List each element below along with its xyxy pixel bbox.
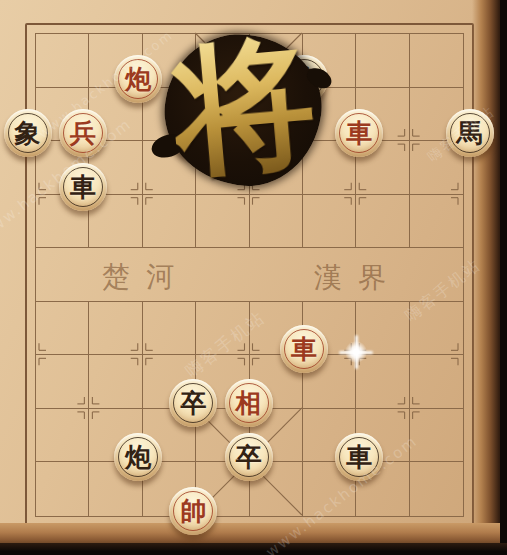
board-edge-bottom bbox=[0, 523, 507, 544]
board-cell bbox=[89, 355, 142, 409]
board-cell bbox=[356, 355, 409, 409]
piece-character: 馬 bbox=[180, 120, 206, 146]
piece-character: 車 bbox=[70, 174, 96, 200]
piece-character: 象 bbox=[15, 120, 41, 146]
board-cell bbox=[36, 34, 89, 88]
board-cell bbox=[303, 195, 356, 249]
piece-character: 相 bbox=[236, 390, 262, 416]
sparkle-core bbox=[345, 341, 367, 363]
piece-character: 兵 bbox=[70, 120, 96, 146]
board-cell bbox=[250, 195, 303, 249]
piece-character: 炮 bbox=[125, 66, 151, 92]
board-cell bbox=[36, 462, 89, 516]
board-cell bbox=[356, 248, 409, 302]
piece-black-chariot[interactable]: 車 bbox=[335, 433, 383, 481]
piece-red-chariot[interactable]: 車 bbox=[280, 325, 328, 373]
board-cell bbox=[196, 34, 249, 88]
board-cell bbox=[410, 34, 463, 88]
board-cell bbox=[410, 195, 463, 249]
board-cell bbox=[36, 248, 89, 302]
piece-black-chariot[interactable]: 車 bbox=[59, 163, 107, 211]
piece-black-cannon[interactable]: 炮 bbox=[114, 433, 162, 481]
piece-character: 帥 bbox=[180, 498, 206, 524]
piece-character: 炮 bbox=[125, 444, 151, 470]
piece-character: 將 bbox=[291, 66, 317, 92]
board-cell bbox=[143, 302, 196, 356]
board-cell bbox=[36, 409, 89, 463]
board-cell bbox=[250, 141, 303, 195]
piece-character: 車 bbox=[291, 336, 317, 362]
board-cell bbox=[196, 195, 249, 249]
board-cell bbox=[410, 248, 463, 302]
board-cell bbox=[36, 355, 89, 409]
board-cell bbox=[410, 302, 463, 356]
piece-red-chariot[interactable]: 車 bbox=[335, 109, 383, 157]
board-cell bbox=[196, 248, 249, 302]
board-cell bbox=[410, 355, 463, 409]
piece-character: 車 bbox=[346, 444, 372, 470]
board-cell bbox=[89, 248, 142, 302]
piece-black-elephant[interactable]: 象 bbox=[4, 109, 52, 157]
board-cell bbox=[36, 302, 89, 356]
board-cell bbox=[250, 248, 303, 302]
board-cell bbox=[410, 409, 463, 463]
piece-red-elephant[interactable]: 相 bbox=[225, 379, 273, 427]
board-cell bbox=[410, 462, 463, 516]
xiangqi-game-screen: 楚河 漢界 炮將象兵馬車馬車車卒相炮卒車帥 将 www.hackhome.com… bbox=[0, 0, 507, 555]
board-cell bbox=[356, 34, 409, 88]
piece-black-soldier[interactable]: 卒 bbox=[225, 433, 273, 481]
board-cell bbox=[143, 195, 196, 249]
piece-black-horse[interactable]: 馬 bbox=[446, 109, 494, 157]
board-cell bbox=[196, 302, 249, 356]
board-cell bbox=[356, 195, 409, 249]
board-edge-right bbox=[472, 0, 502, 545]
board-cell bbox=[89, 302, 142, 356]
piece-character: 馬 bbox=[457, 120, 483, 146]
piece-black-general[interactable]: 將 bbox=[280, 55, 328, 103]
screen-border-bottom bbox=[0, 543, 507, 555]
piece-character: 卒 bbox=[180, 390, 206, 416]
piece-red-cannon[interactable]: 炮 bbox=[114, 55, 162, 103]
piece-red-soldier[interactable]: 兵 bbox=[59, 109, 107, 157]
board-cell bbox=[303, 248, 356, 302]
board-cell bbox=[143, 248, 196, 302]
screen-border-right bbox=[500, 0, 507, 555]
piece-character: 車 bbox=[346, 120, 372, 146]
piece-character: 卒 bbox=[236, 444, 262, 470]
move-indicator-sparkle[interactable] bbox=[345, 341, 367, 363]
